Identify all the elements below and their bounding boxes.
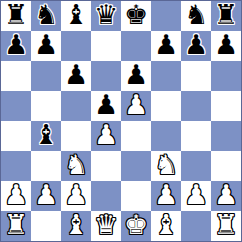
black-rook[interactable]: ♜ [4,1,28,30]
white-rook[interactable]: ♜ [214,211,238,240]
square-g3[interactable] [181,151,211,181]
white-bishop[interactable]: ♝ [154,211,178,240]
square-d3[interactable] [91,151,121,181]
square-a7[interactable]: ♟ [1,31,31,61]
white-queen[interactable]: ♛ [94,211,118,240]
square-h8[interactable]: ♜ [211,1,241,31]
square-e3[interactable] [121,151,151,181]
square-d8[interactable]: ♛ [91,1,121,31]
square-g4[interactable] [181,121,211,151]
white-king[interactable]: ♚ [124,211,148,240]
square-h5[interactable] [211,91,241,121]
white-pawn[interactable]: ♟ [154,181,178,210]
square-b8[interactable]: ♞ [31,1,61,31]
square-g6[interactable] [181,61,211,91]
square-f7[interactable]: ♟ [151,31,181,61]
square-g2[interactable]: ♟ [181,181,211,211]
square-g8[interactable]: ♞ [181,1,211,31]
square-f4[interactable] [151,121,181,151]
square-d7[interactable] [91,31,121,61]
black-knight[interactable]: ♞ [34,1,58,30]
black-rook[interactable]: ♜ [214,1,238,30]
square-f8[interactable] [151,1,181,31]
square-g1[interactable] [181,211,211,241]
square-b1[interactable] [31,211,61,241]
white-pawn[interactable]: ♟ [4,181,28,210]
square-c7[interactable] [61,31,91,61]
black-pawn[interactable]: ♟ [214,31,238,60]
square-e4[interactable] [121,121,151,151]
black-pawn[interactable]: ♟ [94,91,118,120]
square-c2[interactable]: ♟ [61,181,91,211]
black-knight[interactable]: ♞ [184,1,208,30]
square-h2[interactable]: ♟ [211,181,241,211]
square-d6[interactable] [91,61,121,91]
square-h7[interactable]: ♟ [211,31,241,61]
square-b6[interactable] [31,61,61,91]
square-e8[interactable]: ♚ [121,1,151,31]
white-bishop[interactable]: ♝ [64,211,88,240]
square-a1[interactable]: ♜ [1,211,31,241]
white-knight[interactable]: ♞ [154,151,178,180]
square-a6[interactable] [1,61,31,91]
square-c4[interactable] [61,121,91,151]
white-pawn[interactable]: ♟ [214,181,238,210]
square-a4[interactable] [1,121,31,151]
chess-board-container: ♜♞♝♛♚♞♜♟♟♟♟♟♟♟♟♟♝♟♞♞♟♟♟♟♟♟♜♝♛♚♝♜ [0,0,242,242]
square-f5[interactable] [151,91,181,121]
white-pawn[interactable]: ♟ [94,121,118,150]
white-knight[interactable]: ♞ [64,151,88,180]
square-e2[interactable] [121,181,151,211]
square-e6[interactable]: ♟ [121,61,151,91]
black-pawn[interactable]: ♟ [4,31,28,60]
square-h3[interactable] [211,151,241,181]
white-pawn[interactable]: ♟ [124,91,148,120]
square-b4[interactable]: ♝ [31,121,61,151]
white-pawn[interactable]: ♟ [34,181,58,210]
square-c8[interactable]: ♝ [61,1,91,31]
square-c3[interactable]: ♞ [61,151,91,181]
black-pawn[interactable]: ♟ [184,31,208,60]
black-bishop[interactable]: ♝ [64,1,88,30]
square-c6[interactable]: ♟ [61,61,91,91]
square-d1[interactable]: ♛ [91,211,121,241]
black-queen[interactable]: ♛ [94,1,118,30]
square-b2[interactable]: ♟ [31,181,61,211]
square-f6[interactable] [151,61,181,91]
square-e1[interactable]: ♚ [121,211,151,241]
black-pawn[interactable]: ♟ [64,61,88,90]
square-f3[interactable]: ♞ [151,151,181,181]
square-h4[interactable] [211,121,241,151]
square-h6[interactable] [211,61,241,91]
square-b7[interactable]: ♟ [31,31,61,61]
square-b3[interactable] [31,151,61,181]
square-g7[interactable]: ♟ [181,31,211,61]
white-pawn[interactable]: ♟ [184,181,208,210]
white-rook[interactable]: ♜ [4,211,28,240]
square-e7[interactable] [121,31,151,61]
chess-board: ♜♞♝♛♚♞♜♟♟♟♟♟♟♟♟♟♝♟♞♞♟♟♟♟♟♟♜♝♛♚♝♜ [0,0,242,242]
square-d5[interactable]: ♟ [91,91,121,121]
square-e5[interactable]: ♟ [121,91,151,121]
square-c1[interactable]: ♝ [61,211,91,241]
square-a5[interactable] [1,91,31,121]
square-d4[interactable]: ♟ [91,121,121,151]
black-bishop[interactable]: ♝ [34,121,58,150]
square-h1[interactable]: ♜ [211,211,241,241]
black-king[interactable]: ♚ [124,1,148,30]
square-b5[interactable] [31,91,61,121]
square-a8[interactable]: ♜ [1,1,31,31]
square-c5[interactable] [61,91,91,121]
black-pawn[interactable]: ♟ [154,31,178,60]
square-g5[interactable] [181,91,211,121]
square-d2[interactable] [91,181,121,211]
black-pawn[interactable]: ♟ [34,31,58,60]
square-a3[interactable] [1,151,31,181]
square-f2[interactable]: ♟ [151,181,181,211]
black-pawn[interactable]: ♟ [124,61,148,90]
white-pawn[interactable]: ♟ [64,181,88,210]
square-f1[interactable]: ♝ [151,211,181,241]
square-a2[interactable]: ♟ [1,181,31,211]
